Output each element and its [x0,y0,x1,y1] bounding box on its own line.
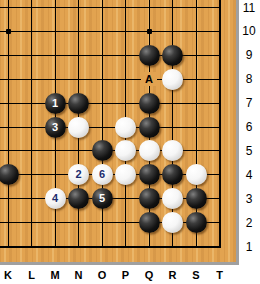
coord-label-row-10: 10 [242,25,255,37]
board-grid-line [0,246,221,248]
white-stone[interactable] [162,69,183,90]
black-stone[interactable]: 5 [92,188,113,209]
coord-label-col-T: T [216,269,223,280]
coord-label-row-6: 6 [246,121,253,133]
white-stone[interactable] [186,164,207,185]
coord-label-row-1: 1 [246,241,253,253]
coord-label-row-7: 7 [246,97,253,109]
board-grid-line [8,0,9,248]
coord-label-col-N: N [75,269,83,280]
white-stone[interactable] [162,212,183,233]
black-stone[interactable] [162,164,183,185]
board-grid-line [0,31,221,32]
black-stone[interactable] [68,188,89,209]
board-grid-line [102,0,103,248]
go-board[interactable]: 315426A [0,0,236,262]
star-point [6,29,11,34]
board-grid-line [0,79,221,80]
black-stone[interactable] [139,188,160,209]
white-stone[interactable] [68,117,89,138]
black-stone[interactable] [139,117,160,138]
black-stone[interactable] [139,45,160,66]
point-label-A[interactable]: A [141,72,157,86]
board-frame-right [236,0,239,265]
black-stone[interactable] [139,212,160,233]
coord-label-col-K: K [4,269,12,280]
coord-label-col-S: S [192,269,199,280]
coord-label-row-9: 9 [246,49,253,61]
coord-label-col-R: R [169,269,177,280]
white-stone[interactable] [115,117,136,138]
black-stone[interactable] [162,45,183,66]
black-stone[interactable]: 3 [45,117,66,138]
board-grid-line [0,103,221,104]
board-grid-line [0,127,221,128]
black-stone[interactable] [0,164,19,185]
white-stone[interactable] [162,188,183,209]
white-stone[interactable] [115,140,136,161]
black-stone[interactable] [139,164,160,185]
black-stone[interactable] [92,140,113,161]
coord-label-row-8: 8 [246,73,253,85]
board-grid-line [0,7,221,8]
board-grid-line [172,0,173,248]
board-grid-line [0,55,221,56]
board-grid-line [31,0,32,248]
black-stone[interactable] [68,93,89,114]
coord-label-col-O: O [98,269,107,280]
coord-label-row-11: 11 [243,2,255,14]
board-grid-line [219,0,221,248]
star-point [147,29,152,34]
go-diagram: 315426A KLMNOPQRST1110987654321 [0,0,260,284]
white-stone[interactable]: 2 [68,164,89,185]
white-stone[interactable]: 4 [45,188,66,209]
white-stone[interactable] [115,164,136,185]
white-stone[interactable] [162,140,183,161]
board-frame-bottom [0,262,239,265]
black-stone[interactable]: 1 [45,93,66,114]
white-stone[interactable] [139,140,160,161]
coord-label-col-L: L [28,269,35,280]
board-grid-line [196,0,197,248]
coord-label-row-4: 4 [246,169,253,181]
coord-label-col-P: P [122,269,129,280]
coord-label-row-3: 3 [246,193,253,205]
coord-label-col-M: M [50,269,59,280]
coord-label-row-5: 5 [246,145,253,157]
black-stone[interactable] [186,212,207,233]
black-stone[interactable] [139,93,160,114]
coord-label-row-2: 2 [246,217,253,229]
black-stone[interactable] [186,188,207,209]
white-stone[interactable]: 6 [92,164,113,185]
coord-label-col-Q: Q [145,269,154,280]
